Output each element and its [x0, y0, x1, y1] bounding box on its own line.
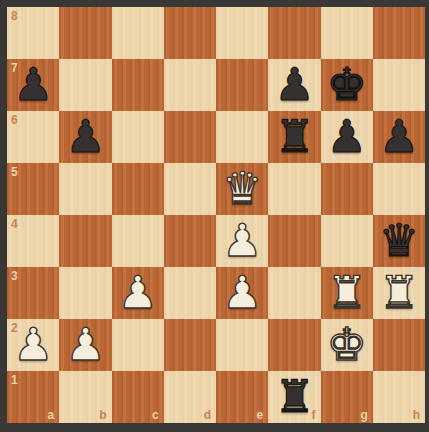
square-g5[interactable]: [321, 163, 373, 215]
black-pawn[interactable]: ♟: [379, 114, 419, 159]
black-pawn[interactable]: ♟: [326, 114, 366, 159]
square-b7[interactable]: [59, 59, 111, 111]
coord-file-g: g: [360, 409, 367, 421]
chess-board: 87♟♟♚6♟♜♟♟5♛4♟♛3♟♟♜♜2♟♟♚1abcdef♜gh: [7, 7, 425, 423]
white-pawn[interactable]: ♟: [65, 322, 105, 367]
square-g6[interactable]: ♟: [321, 111, 373, 163]
coord-file-c: c: [152, 409, 159, 421]
coord-file-d: d: [204, 409, 211, 421]
square-a7[interactable]: 7♟: [7, 59, 59, 111]
coord-file-h: h: [413, 409, 420, 421]
black-queen[interactable]: ♛: [379, 218, 419, 263]
square-g2[interactable]: ♚: [321, 319, 373, 371]
square-a2[interactable]: 2♟: [7, 319, 59, 371]
black-pawn[interactable]: ♟: [65, 114, 105, 159]
white-king[interactable]: ♚: [326, 322, 366, 367]
square-f7[interactable]: ♟: [268, 59, 320, 111]
square-f4[interactable]: [268, 215, 320, 267]
square-a1[interactable]: 1a: [7, 371, 59, 423]
square-e2[interactable]: [216, 319, 268, 371]
black-king[interactable]: ♚: [326, 62, 366, 107]
square-h8[interactable]: [373, 7, 425, 59]
square-c2[interactable]: [112, 319, 164, 371]
square-g1[interactable]: g: [321, 371, 373, 423]
square-a3[interactable]: 3: [7, 267, 59, 319]
white-pawn[interactable]: ♟: [222, 218, 262, 263]
square-f2[interactable]: [268, 319, 320, 371]
coord-rank-1: 1: [11, 374, 18, 386]
coord-file-a: a: [48, 409, 55, 421]
square-d8[interactable]: [164, 7, 216, 59]
square-g3[interactable]: ♜: [321, 267, 373, 319]
square-e1[interactable]: e: [216, 371, 268, 423]
square-d2[interactable]: [164, 319, 216, 371]
coord-file-b: b: [99, 409, 106, 421]
square-c4[interactable]: [112, 215, 164, 267]
square-h2[interactable]: [373, 319, 425, 371]
square-c3[interactable]: ♟: [112, 267, 164, 319]
black-rook[interactable]: ♜: [274, 114, 314, 159]
square-a4[interactable]: 4: [7, 215, 59, 267]
square-b8[interactable]: [59, 7, 111, 59]
square-f1[interactable]: f♜: [268, 371, 320, 423]
square-f5[interactable]: [268, 163, 320, 215]
square-c8[interactable]: [112, 7, 164, 59]
white-pawn[interactable]: ♟: [222, 270, 262, 315]
coord-rank-6: 6: [11, 114, 18, 126]
black-pawn[interactable]: ♟: [274, 62, 314, 107]
square-f6[interactable]: ♜: [268, 111, 320, 163]
square-b2[interactable]: ♟: [59, 319, 111, 371]
black-rook[interactable]: ♜: [274, 374, 314, 419]
coord-file-e: e: [257, 409, 264, 421]
square-g8[interactable]: [321, 7, 373, 59]
square-g4[interactable]: [321, 215, 373, 267]
square-d5[interactable]: [164, 163, 216, 215]
square-a6[interactable]: 6: [7, 111, 59, 163]
square-h6[interactable]: ♟: [373, 111, 425, 163]
square-f3[interactable]: [268, 267, 320, 319]
square-d4[interactable]: [164, 215, 216, 267]
square-e7[interactable]: [216, 59, 268, 111]
square-e3[interactable]: ♟: [216, 267, 268, 319]
square-d7[interactable]: [164, 59, 216, 111]
square-d1[interactable]: d: [164, 371, 216, 423]
square-d3[interactable]: [164, 267, 216, 319]
square-h4[interactable]: ♛: [373, 215, 425, 267]
square-b3[interactable]: [59, 267, 111, 319]
square-a8[interactable]: 8: [7, 7, 59, 59]
square-h1[interactable]: h: [373, 371, 425, 423]
square-f8[interactable]: [268, 7, 320, 59]
square-b4[interactable]: [59, 215, 111, 267]
coord-rank-4: 4: [11, 218, 18, 230]
white-pawn[interactable]: ♟: [117, 270, 157, 315]
square-c6[interactable]: [112, 111, 164, 163]
square-g7[interactable]: ♚: [321, 59, 373, 111]
square-e6[interactable]: [216, 111, 268, 163]
white-rook[interactable]: ♜: [379, 270, 419, 315]
coord-rank-3: 3: [11, 270, 18, 282]
white-queen[interactable]: ♛: [222, 166, 262, 211]
coord-rank-8: 8: [11, 10, 18, 22]
square-c1[interactable]: c: [112, 371, 164, 423]
coord-rank-5: 5: [11, 166, 18, 178]
square-e8[interactable]: [216, 7, 268, 59]
square-h7[interactable]: [373, 59, 425, 111]
square-c5[interactable]: [112, 163, 164, 215]
square-b1[interactable]: b: [59, 371, 111, 423]
square-e4[interactable]: ♟: [216, 215, 268, 267]
square-h3[interactable]: ♜: [373, 267, 425, 319]
square-b5[interactable]: [59, 163, 111, 215]
square-h5[interactable]: [373, 163, 425, 215]
black-pawn[interactable]: ♟: [13, 62, 53, 107]
square-e5[interactable]: ♛: [216, 163, 268, 215]
square-c7[interactable]: [112, 59, 164, 111]
square-d6[interactable]: [164, 111, 216, 163]
square-a5[interactable]: 5: [7, 163, 59, 215]
white-rook[interactable]: ♜: [326, 270, 366, 315]
white-pawn[interactable]: ♟: [13, 322, 53, 367]
square-b6[interactable]: ♟: [59, 111, 111, 163]
